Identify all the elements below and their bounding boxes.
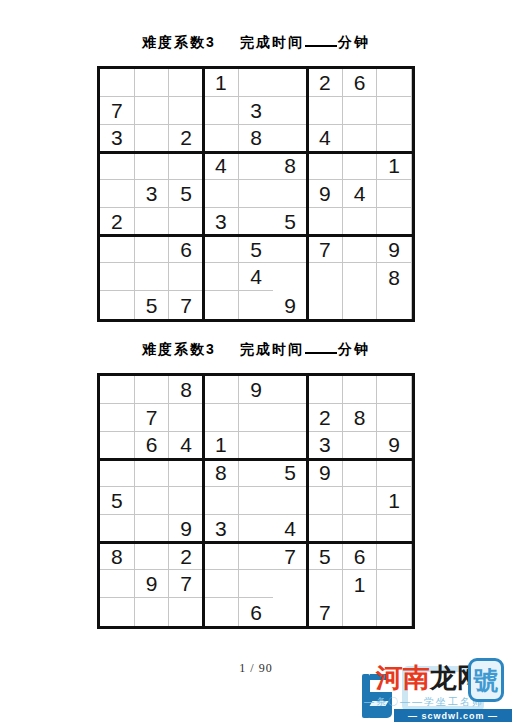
time-blank-line <box>305 340 337 354</box>
cell-r8c3[interactable]: 7 <box>169 570 204 598</box>
cell-r5c2[interactable] <box>135 487 170 515</box>
watermark-seal-badge: 號 <box>468 658 504 702</box>
cell-r6c2[interactable] <box>135 515 170 543</box>
cell-r9c8[interactable] <box>343 291 378 319</box>
cell-r2c9[interactable] <box>377 97 412 125</box>
watermark-domain-bar: — scwdwl.com — <box>394 709 512 722</box>
cell-r7c5[interactable] <box>239 543 274 571</box>
cell-r6c1[interactable]: 2 <box>100 208 135 236</box>
cell-r1c9[interactable] <box>377 376 412 404</box>
cell-r7c8[interactable]: 6 <box>343 543 378 571</box>
cell-r4c9[interactable] <box>377 459 412 487</box>
cell-r1c7[interactable] <box>308 376 343 404</box>
cell-r9c8[interactable] <box>343 598 378 626</box>
cell-r9c7[interactable]: 7 <box>308 598 343 626</box>
cell-r3c2[interactable] <box>135 125 170 153</box>
time-blank-line <box>305 33 337 47</box>
cell-r7c3[interactable]: 2 <box>169 543 204 571</box>
cell-r2c8[interactable] <box>343 97 378 125</box>
sudoku-grid-2: 8972864139859519348275697167 <box>97 373 415 629</box>
cell-r6c1[interactable] <box>100 515 135 543</box>
cell-r9c9[interactable] <box>377 598 412 626</box>
cell-r3c7[interactable]: 4 <box>308 125 343 153</box>
cell-r8c5[interactable] <box>239 570 274 598</box>
cell-r8c8[interactable]: 1 <box>343 570 378 598</box>
cell-r8c6[interactable] <box>273 570 308 598</box>
time-unit: 分钟 <box>338 341 370 357</box>
cell-r9c3[interactable] <box>169 598 204 626</box>
cell-r7c7[interactable]: 7 <box>308 236 343 264</box>
cell-r9c4[interactable] <box>204 291 239 319</box>
cell-r5c5[interactable] <box>239 180 274 208</box>
cell-r4c7[interactable]: 9 <box>308 459 343 487</box>
cell-r4c6[interactable]: 5 <box>273 459 308 487</box>
cell-r4c1[interactable] <box>100 152 135 180</box>
cell-r4c8[interactable] <box>343 459 378 487</box>
cell-r5c2[interactable]: 3 <box>135 180 170 208</box>
cell-r6c6[interactable]: 4 <box>273 515 308 543</box>
cell-r7c9[interactable] <box>377 543 412 571</box>
watermark-site-name-red: 河南 <box>376 663 430 693</box>
cell-r1c5[interactable] <box>239 69 274 97</box>
cell-r1c6[interactable] <box>273 69 308 97</box>
cell-r6c4[interactable]: 3 <box>204 208 239 236</box>
time-label: 完成时间 <box>240 34 304 50</box>
cell-r6c3[interactable] <box>169 208 204 236</box>
time-label: 完成时间 <box>240 341 304 357</box>
cell-r8c4[interactable] <box>204 263 239 291</box>
cell-r6c6[interactable]: 5 <box>273 208 308 236</box>
cell-r1c8[interactable]: 6 <box>343 69 378 97</box>
cell-r9c6[interactable]: 9 <box>273 291 308 319</box>
cell-r8c8[interactable] <box>343 263 378 291</box>
cell-r8c1[interactable] <box>100 570 135 598</box>
cell-r2c3[interactable] <box>169 97 204 125</box>
cell-r3c5[interactable] <box>239 432 274 460</box>
cell-r7c6[interactable] <box>273 236 308 264</box>
sudoku-grid-1: 1267332844813594235657948579 <box>97 66 415 322</box>
cell-r4c2[interactable] <box>135 459 170 487</box>
cell-r1c8[interactable] <box>343 376 378 404</box>
cell-r4c1[interactable] <box>100 459 135 487</box>
cell-r1c1[interactable] <box>100 376 135 404</box>
cell-r8c9[interactable] <box>377 570 412 598</box>
cell-r2c4[interactable] <box>204 97 239 125</box>
cell-r3c8[interactable] <box>343 432 378 460</box>
cell-r9c1[interactable] <box>100 598 135 626</box>
cell-r5c8[interactable] <box>343 487 378 515</box>
cell-r6c8[interactable] <box>343 515 378 543</box>
cell-r3c4[interactable]: 1 <box>204 432 239 460</box>
time-unit: 分钟 <box>338 34 370 50</box>
cell-r3c3[interactable]: 2 <box>169 125 204 153</box>
cell-r5c6[interactable] <box>273 180 308 208</box>
cell-r3c6[interactable] <box>273 125 308 153</box>
cell-r8c4[interactable] <box>204 570 239 598</box>
cell-r3c9[interactable] <box>377 125 412 153</box>
puzzle-2-title: 难度系数3完成时间分钟 <box>0 340 512 359</box>
puzzle-1-title: 难度系数3完成时间分钟 <box>0 33 512 52</box>
cell-r8c5[interactable]: 4 <box>239 263 274 291</box>
cell-r5c9[interactable]: 1 <box>377 487 412 515</box>
cell-r9c1[interactable] <box>100 291 135 319</box>
cell-r9c4[interactable] <box>204 598 239 626</box>
cell-r3c5[interactable]: 8 <box>239 125 274 153</box>
cell-r7c1[interactable]: 8 <box>100 543 135 571</box>
cell-r4c3[interactable] <box>169 152 204 180</box>
cell-r7c5[interactable]: 5 <box>239 236 274 264</box>
cell-r7c6[interactable]: 7 <box>273 543 308 571</box>
cell-r2c4[interactable] <box>204 404 239 432</box>
cell-r2c6[interactable] <box>273 97 308 125</box>
cell-r5c3[interactable]: 5 <box>169 180 204 208</box>
cell-r7c4[interactable] <box>204 543 239 571</box>
cell-r2c7[interactable] <box>308 97 343 125</box>
cell-r3c1[interactable] <box>100 432 135 460</box>
cell-r3c7[interactable]: 3 <box>308 432 343 460</box>
cell-r8c7[interactable] <box>308 263 343 291</box>
cell-r8c1[interactable] <box>100 263 135 291</box>
cell-r2c8[interactable]: 8 <box>343 404 378 432</box>
cell-r9c6[interactable] <box>273 598 308 626</box>
cell-r3c3[interactable]: 4 <box>169 432 204 460</box>
cell-r5c4[interactable] <box>204 180 239 208</box>
cell-r9c5[interactable] <box>239 291 274 319</box>
cell-r5c5[interactable] <box>239 487 274 515</box>
cell-r5c1[interactable]: 5 <box>100 487 135 515</box>
cell-r8c6[interactable] <box>273 263 308 291</box>
cell-r8c9[interactable]: 8 <box>377 263 412 291</box>
cell-r6c4[interactable]: 3 <box>204 515 239 543</box>
cell-r1c4[interactable]: 1 <box>204 69 239 97</box>
cell-r5c7[interactable]: 9 <box>308 180 343 208</box>
cell-r2c9[interactable] <box>377 404 412 432</box>
cell-r1c2[interactable] <box>135 69 170 97</box>
cell-r7c1[interactable] <box>100 236 135 264</box>
cell-r6c9[interactable] <box>377 515 412 543</box>
cell-r3c4[interactable] <box>204 125 239 153</box>
cell-r9c7[interactable] <box>308 291 343 319</box>
cell-r7c7[interactable]: 5 <box>308 543 343 571</box>
cell-r6c9[interactable] <box>377 208 412 236</box>
cell-r8c2[interactable]: 9 <box>135 570 170 598</box>
cell-r6c7[interactable] <box>308 208 343 236</box>
cell-r2c2[interactable] <box>135 97 170 125</box>
cell-r4c5[interactable] <box>239 152 274 180</box>
cell-r4c2[interactable] <box>135 152 170 180</box>
cell-r8c2[interactable] <box>135 263 170 291</box>
cell-r4c5[interactable] <box>239 459 274 487</box>
cell-r2c2[interactable]: 7 <box>135 404 170 432</box>
cell-r7c3[interactable]: 6 <box>169 236 204 264</box>
cell-r6c8[interactable] <box>343 208 378 236</box>
cell-r3c1[interactable]: 3 <box>100 125 135 153</box>
site-watermark: —条〇——学坐工名师 河南龙网 號 — scwdwl.com — <box>360 664 512 724</box>
difficulty-label: 难度系数3 <box>142 34 216 50</box>
cell-r9c9[interactable] <box>377 291 412 319</box>
cell-r1c7[interactable]: 2 <box>308 69 343 97</box>
cell-r2c1[interactable]: 7 <box>100 97 135 125</box>
cell-r6c7[interactable] <box>308 515 343 543</box>
cell-r3c2[interactable]: 6 <box>135 432 170 460</box>
page: 难度系数3完成时间分钟 1267332844813594235657948579… <box>0 0 512 724</box>
cell-r8c3[interactable] <box>169 263 204 291</box>
cell-r5c6[interactable] <box>273 487 308 515</box>
cell-r1c3[interactable] <box>169 69 204 97</box>
cell-r7c2[interactable] <box>135 236 170 264</box>
cell-r2c5[interactable]: 3 <box>239 97 274 125</box>
cell-r6c2[interactable] <box>135 208 170 236</box>
cell-r1c3[interactable]: 8 <box>169 376 204 404</box>
cell-r9c3[interactable]: 7 <box>169 291 204 319</box>
cell-r1c1[interactable] <box>100 69 135 97</box>
cell-r5c9[interactable] <box>377 180 412 208</box>
watermark-slogan: —条〇——学坐工名师 <box>364 695 484 709</box>
cell-r2c7[interactable]: 2 <box>308 404 343 432</box>
cell-r5c7[interactable] <box>308 487 343 515</box>
cell-r3c9[interactable]: 9 <box>377 432 412 460</box>
cell-r7c8[interactable] <box>343 236 378 264</box>
cell-r9c2[interactable] <box>135 598 170 626</box>
cell-r2c3[interactable] <box>169 404 204 432</box>
cell-r6c5[interactable] <box>239 208 274 236</box>
cell-r1c9[interactable] <box>377 69 412 97</box>
cell-r1c4[interactable] <box>204 376 239 404</box>
watermark-badge-glyph: 號 <box>474 664 499 697</box>
cell-r2c1[interactable] <box>100 404 135 432</box>
cell-r1c2[interactable] <box>135 376 170 404</box>
cell-r3c8[interactable] <box>343 125 378 153</box>
cell-r7c9[interactable]: 9 <box>377 236 412 264</box>
cell-r4c9[interactable]: 1 <box>377 152 412 180</box>
cell-r2c5[interactable] <box>239 404 274 432</box>
cell-r4c8[interactable] <box>343 152 378 180</box>
cell-r5c3[interactable] <box>169 487 204 515</box>
cell-r2c6[interactable] <box>273 404 308 432</box>
cell-r9c5[interactable]: 6 <box>239 598 274 626</box>
cell-r1c5[interactable]: 9 <box>239 376 274 404</box>
cell-r8c7[interactable] <box>308 570 343 598</box>
cell-r4c4[interactable]: 8 <box>204 459 239 487</box>
cell-r1c6[interactable] <box>273 376 308 404</box>
cell-r7c4[interactable] <box>204 236 239 264</box>
cell-r3c6[interactable] <box>273 432 308 460</box>
cell-r4c6[interactable]: 8 <box>273 152 308 180</box>
cell-r5c8[interactable]: 4 <box>343 180 378 208</box>
cell-r9c2[interactable]: 5 <box>135 291 170 319</box>
cell-r5c4[interactable] <box>204 487 239 515</box>
cell-r4c7[interactable] <box>308 152 343 180</box>
cell-r4c4[interactable]: 4 <box>204 152 239 180</box>
cell-r7c2[interactable] <box>135 543 170 571</box>
cell-r5c1[interactable] <box>100 180 135 208</box>
cell-r6c3[interactable]: 9 <box>169 515 204 543</box>
difficulty-label: 难度系数3 <box>142 341 216 357</box>
cell-r4c3[interactable] <box>169 459 204 487</box>
cell-r6c5[interactable] <box>239 515 274 543</box>
